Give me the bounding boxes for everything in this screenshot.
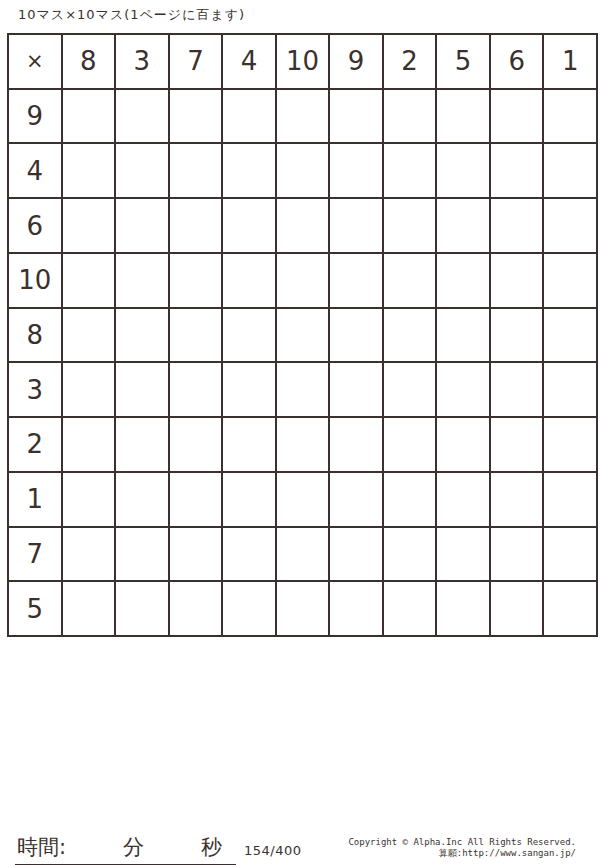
time-entry-line: 時間: 分 秒 bbox=[15, 833, 236, 865]
answer-cell bbox=[491, 473, 543, 526]
answer-cell bbox=[277, 418, 329, 471]
answer-cell bbox=[277, 473, 329, 526]
answer-cell bbox=[116, 254, 168, 307]
answer-cell bbox=[63, 254, 115, 307]
answer-cell bbox=[544, 254, 596, 307]
answer-cell bbox=[330, 582, 382, 635]
answer-cell bbox=[384, 528, 436, 581]
answer-cell bbox=[170, 254, 222, 307]
answer-cell bbox=[170, 90, 222, 143]
answer-cell bbox=[277, 254, 329, 307]
answer-cell bbox=[116, 473, 168, 526]
answer-cell bbox=[116, 418, 168, 471]
col-header-cell: 10 bbox=[277, 35, 329, 88]
col-header-cell: 4 bbox=[223, 35, 275, 88]
answer-cell bbox=[384, 473, 436, 526]
answer-cell bbox=[116, 90, 168, 143]
answer-cell bbox=[223, 418, 275, 471]
answer-cell bbox=[277, 363, 329, 416]
answer-cell bbox=[330, 528, 382, 581]
answer-cell bbox=[544, 473, 596, 526]
col-header-cell: 2 bbox=[384, 35, 436, 88]
answer-cell bbox=[223, 309, 275, 362]
answer-cell bbox=[223, 144, 275, 197]
answer-cell bbox=[330, 309, 382, 362]
answer-cell bbox=[330, 418, 382, 471]
answer-cell bbox=[544, 144, 596, 197]
answer-cell bbox=[277, 90, 329, 143]
worksheet-page: 10マス×10マス(1ページに百ます) ×8374109256194610832… bbox=[0, 0, 600, 865]
row-header-cell: 5 bbox=[9, 582, 61, 635]
answer-cell bbox=[384, 363, 436, 416]
row-header-cell: 3 bbox=[9, 363, 61, 416]
answer-cell bbox=[116, 199, 168, 252]
copyright-line2: 算願:http://www.sangan.jp/ bbox=[348, 848, 576, 859]
col-header-cell: 8 bbox=[63, 35, 115, 88]
row-header-cell: 9 bbox=[9, 90, 61, 143]
answer-cell bbox=[384, 418, 436, 471]
answer-cell bbox=[116, 309, 168, 362]
answer-cell bbox=[63, 473, 115, 526]
answer-cell bbox=[223, 528, 275, 581]
answer-cell bbox=[491, 418, 543, 471]
answer-cell bbox=[437, 582, 489, 635]
row-header-cell: 4 bbox=[9, 144, 61, 197]
answer-cell bbox=[116, 144, 168, 197]
answer-cell bbox=[170, 363, 222, 416]
answer-cell bbox=[223, 363, 275, 416]
answer-cell bbox=[170, 473, 222, 526]
answer-cell bbox=[116, 363, 168, 416]
answer-cell bbox=[384, 309, 436, 362]
answer-cell bbox=[544, 582, 596, 635]
multiplication-grid: ×8374109256194610832175 bbox=[7, 33, 598, 637]
answer-cell bbox=[384, 199, 436, 252]
copyright-notice: Copyright © Alpha.Inc All Rights Reserve… bbox=[348, 837, 576, 859]
answer-cell bbox=[63, 418, 115, 471]
col-header-cell: 9 bbox=[330, 35, 382, 88]
col-header-cell: 1 bbox=[544, 35, 596, 88]
answer-cell bbox=[170, 144, 222, 197]
answer-cell bbox=[437, 363, 489, 416]
answer-cell bbox=[384, 90, 436, 143]
row-header-cell: 10 bbox=[9, 254, 61, 307]
answer-cell bbox=[277, 309, 329, 362]
row-header-cell: 7 bbox=[9, 528, 61, 581]
answer-cell bbox=[437, 254, 489, 307]
answer-cell bbox=[544, 199, 596, 252]
answer-cell bbox=[223, 254, 275, 307]
answer-cell bbox=[437, 473, 489, 526]
answer-cell bbox=[170, 528, 222, 581]
answer-cell bbox=[437, 528, 489, 581]
answer-cell bbox=[330, 363, 382, 416]
answer-cell bbox=[330, 473, 382, 526]
answer-cell bbox=[223, 473, 275, 526]
answer-cell bbox=[170, 309, 222, 362]
answer-cell bbox=[544, 90, 596, 143]
answer-cell bbox=[330, 199, 382, 252]
answer-cell bbox=[63, 90, 115, 143]
answer-cell bbox=[330, 144, 382, 197]
answer-cell bbox=[63, 309, 115, 362]
seconds-label: 秒 bbox=[201, 833, 222, 861]
answer-cell bbox=[330, 90, 382, 143]
row-header-cell: 8 bbox=[9, 309, 61, 362]
page-counter: 154/400 bbox=[244, 843, 302, 858]
answer-cell bbox=[437, 199, 489, 252]
answer-cell bbox=[277, 144, 329, 197]
answer-cell bbox=[63, 528, 115, 581]
answer-cell bbox=[223, 582, 275, 635]
answer-cell bbox=[170, 582, 222, 635]
minutes-label: 分 bbox=[123, 833, 144, 861]
answer-cell bbox=[491, 199, 543, 252]
answer-cell bbox=[170, 199, 222, 252]
answer-cell bbox=[223, 90, 275, 143]
col-header-cell: 7 bbox=[170, 35, 222, 88]
copyright-line1: Copyright © Alpha.Inc All Rights Reserve… bbox=[348, 837, 576, 848]
answer-cell bbox=[437, 144, 489, 197]
row-header-cell: 2 bbox=[9, 418, 61, 471]
answer-cell bbox=[277, 528, 329, 581]
answer-cell bbox=[544, 528, 596, 581]
answer-cell bbox=[384, 144, 436, 197]
row-header-cell: 1 bbox=[9, 473, 61, 526]
answer-cell bbox=[116, 528, 168, 581]
answer-cell bbox=[330, 254, 382, 307]
answer-cell bbox=[437, 90, 489, 143]
answer-cell bbox=[63, 582, 115, 635]
answer-cell bbox=[491, 528, 543, 581]
answer-cell bbox=[491, 90, 543, 143]
answer-cell bbox=[384, 254, 436, 307]
row-header-cell: 6 bbox=[9, 199, 61, 252]
answer-cell bbox=[116, 582, 168, 635]
answer-cell bbox=[491, 309, 543, 362]
answer-cell bbox=[63, 363, 115, 416]
col-header-cell: 6 bbox=[491, 35, 543, 88]
answer-cell bbox=[223, 199, 275, 252]
answer-cell bbox=[63, 144, 115, 197]
answer-cell bbox=[63, 199, 115, 252]
worksheet-title: 10マス×10マス(1ページに百ます) bbox=[18, 6, 245, 24]
answer-cell bbox=[491, 254, 543, 307]
answer-cell bbox=[491, 363, 543, 416]
answer-cell bbox=[491, 144, 543, 197]
answer-cell bbox=[437, 418, 489, 471]
answer-cell bbox=[544, 363, 596, 416]
answer-cell bbox=[544, 418, 596, 471]
answer-cell bbox=[437, 309, 489, 362]
answer-cell bbox=[170, 418, 222, 471]
col-header-cell: 3 bbox=[116, 35, 168, 88]
answer-cell bbox=[277, 582, 329, 635]
time-label: 時間: bbox=[17, 833, 66, 861]
answer-cell bbox=[384, 582, 436, 635]
col-header-cell: 5 bbox=[437, 35, 489, 88]
answer-cell bbox=[544, 309, 596, 362]
answer-cell bbox=[277, 199, 329, 252]
operator-cell: × bbox=[9, 35, 61, 88]
answer-cell bbox=[491, 582, 543, 635]
